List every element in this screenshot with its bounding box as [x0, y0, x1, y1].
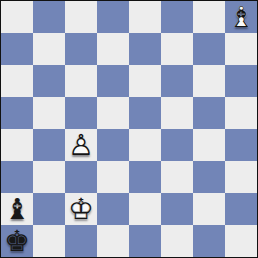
square-c2[interactable]: ♚♔ [65, 193, 97, 225]
square-b8[interactable] [33, 1, 65, 33]
square-d6[interactable] [97, 65, 129, 97]
piece-black-king[interactable]: ♚ [1, 225, 33, 257]
square-g4[interactable] [193, 129, 225, 161]
square-d7[interactable] [97, 33, 129, 65]
square-f6[interactable] [161, 65, 193, 97]
white-king-glyph-outline: ♔ [65, 193, 97, 225]
square-a3[interactable] [1, 161, 33, 193]
square-d5[interactable] [97, 97, 129, 129]
square-g1[interactable] [193, 225, 225, 257]
chess-board-frame: ♝♗♟♙♝♚♔♚ [0, 0, 258, 258]
square-c7[interactable] [65, 33, 97, 65]
square-e6[interactable] [129, 65, 161, 97]
square-a8[interactable] [1, 1, 33, 33]
square-e1[interactable] [129, 225, 161, 257]
square-c1[interactable] [65, 225, 97, 257]
square-b1[interactable] [33, 225, 65, 257]
black-king-glyph-fill: ♚ [1, 225, 33, 257]
square-h2[interactable] [225, 193, 257, 225]
square-a1[interactable]: ♚ [1, 225, 33, 257]
square-f2[interactable] [161, 193, 193, 225]
square-b5[interactable] [33, 97, 65, 129]
square-g6[interactable] [193, 65, 225, 97]
square-a6[interactable] [1, 65, 33, 97]
square-c3[interactable] [65, 161, 97, 193]
piece-black-bishop[interactable]: ♝ [1, 193, 33, 225]
white-pawn-glyph-outline: ♙ [65, 129, 97, 161]
square-g2[interactable] [193, 193, 225, 225]
square-f8[interactable] [161, 1, 193, 33]
square-b7[interactable] [33, 33, 65, 65]
square-e2[interactable] [129, 193, 161, 225]
square-e3[interactable] [129, 161, 161, 193]
square-h8[interactable]: ♝♗ [225, 1, 257, 33]
white-bishop-glyph-outline: ♗ [225, 1, 257, 33]
square-f5[interactable] [161, 97, 193, 129]
square-f4[interactable] [161, 129, 193, 161]
square-e4[interactable] [129, 129, 161, 161]
square-h3[interactable] [225, 161, 257, 193]
piece-white-pawn[interactable]: ♟♙ [65, 129, 97, 161]
square-e8[interactable] [129, 1, 161, 33]
square-h7[interactable] [225, 33, 257, 65]
square-c6[interactable] [65, 65, 97, 97]
square-c5[interactable] [65, 97, 97, 129]
square-d8[interactable] [97, 1, 129, 33]
square-g3[interactable] [193, 161, 225, 193]
square-g7[interactable] [193, 33, 225, 65]
square-c4[interactable]: ♟♙ [65, 129, 97, 161]
square-h1[interactable] [225, 225, 257, 257]
square-d2[interactable] [97, 193, 129, 225]
square-d1[interactable] [97, 225, 129, 257]
square-d4[interactable] [97, 129, 129, 161]
square-h6[interactable] [225, 65, 257, 97]
square-f3[interactable] [161, 161, 193, 193]
square-f7[interactable] [161, 33, 193, 65]
black-bishop-glyph-fill: ♝ [1, 193, 33, 225]
square-a2[interactable]: ♝ [1, 193, 33, 225]
square-b3[interactable] [33, 161, 65, 193]
square-h4[interactable] [225, 129, 257, 161]
square-f1[interactable] [161, 225, 193, 257]
square-g5[interactable] [193, 97, 225, 129]
square-c8[interactable] [65, 1, 97, 33]
square-e5[interactable] [129, 97, 161, 129]
square-e7[interactable] [129, 33, 161, 65]
square-a5[interactable] [1, 97, 33, 129]
square-b4[interactable] [33, 129, 65, 161]
square-h5[interactable] [225, 97, 257, 129]
piece-white-king[interactable]: ♚♔ [65, 193, 97, 225]
square-a4[interactable] [1, 129, 33, 161]
square-g8[interactable] [193, 1, 225, 33]
square-d3[interactable] [97, 161, 129, 193]
square-a7[interactable] [1, 33, 33, 65]
square-b2[interactable] [33, 193, 65, 225]
chess-board: ♝♗♟♙♝♚♔♚ [1, 1, 257, 257]
square-b6[interactable] [33, 65, 65, 97]
piece-white-bishop[interactable]: ♝♗ [225, 1, 257, 33]
